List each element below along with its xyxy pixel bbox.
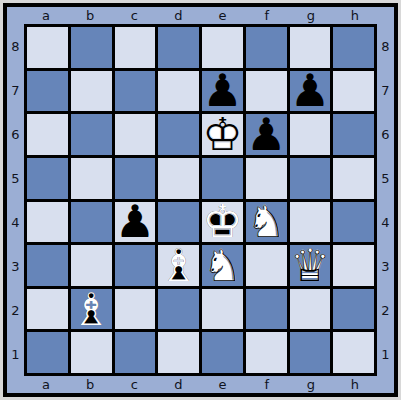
square-c2[interactable]	[115, 289, 156, 330]
square-c1[interactable]	[115, 332, 156, 373]
square-h4[interactable]	[333, 202, 374, 243]
white-knight-detail-lines: ♘	[202, 245, 243, 286]
square-d5[interactable]	[158, 158, 199, 199]
square-a4[interactable]	[27, 202, 68, 243]
square-e7[interactable]: ♟	[202, 71, 243, 112]
rank-label-6-left: 6	[7, 112, 24, 156]
square-b2[interactable]: ♝♗	[71, 289, 112, 330]
piece-black-bishop[interactable]: ♝♗	[71, 289, 112, 330]
rank-label-2-left: 2	[7, 288, 24, 332]
square-h6[interactable]	[333, 114, 374, 155]
file-label-b-top: b	[68, 7, 112, 24]
square-e4[interactable]: ♚♔	[202, 202, 243, 243]
square-d7[interactable]	[158, 71, 199, 112]
square-f1[interactable]	[246, 332, 287, 373]
square-c3[interactable]	[115, 245, 156, 286]
piece-black-pawn[interactable]: ♟	[290, 71, 331, 112]
square-h7[interactable]	[333, 71, 374, 112]
square-g1[interactable]	[290, 332, 331, 373]
square-e3[interactable]: ♞♘	[202, 245, 243, 286]
square-a8[interactable]	[27, 27, 68, 68]
black-pawn-glyph: ♟	[202, 71, 243, 112]
rank-label-8-left: 8	[7, 24, 24, 68]
rank-label-5-right: 5	[377, 156, 394, 200]
rank-label-1-right: 1	[377, 332, 394, 376]
black-pawn-glyph: ♟	[290, 71, 331, 112]
square-a3[interactable]	[27, 245, 68, 286]
square-g6[interactable]	[290, 114, 331, 155]
rank-labels-right: 87654321	[377, 24, 394, 376]
black-king-detail-lines: ♔	[202, 202, 243, 243]
file-label-a-top: a	[24, 7, 68, 24]
square-h8[interactable]	[333, 27, 374, 68]
square-d3[interactable]: ♝♗	[158, 245, 199, 286]
piece-black-bishop[interactable]: ♝♗	[158, 245, 199, 286]
rank-label-4-right: 4	[377, 200, 394, 244]
file-label-d-bottom: d	[156, 376, 200, 393]
piece-black-pawn[interactable]: ♟	[115, 202, 156, 243]
rank-label-5-left: 5	[7, 156, 24, 200]
file-label-c-bottom: c	[112, 376, 156, 393]
white-knight-detail-lines: ♘	[246, 202, 287, 243]
square-a1[interactable]	[27, 332, 68, 373]
file-label-b-bottom: b	[68, 376, 112, 393]
square-d1[interactable]	[158, 332, 199, 373]
black-pawn-glyph: ♟	[115, 202, 156, 243]
file-label-e-top: e	[201, 7, 245, 24]
rank-label-8-right: 8	[377, 24, 394, 68]
square-c5[interactable]	[115, 158, 156, 199]
rank-labels-left: 87654321	[7, 24, 24, 376]
square-c8[interactable]	[115, 27, 156, 68]
square-e8[interactable]	[202, 27, 243, 68]
square-d6[interactable]	[158, 114, 199, 155]
piece-black-pawn[interactable]: ♟	[246, 114, 287, 155]
square-h5[interactable]	[333, 158, 374, 199]
square-h1[interactable]	[333, 332, 374, 373]
square-c4[interactable]: ♟	[115, 202, 156, 243]
board-frame: abcdefgh 87654321 ♟♟♚♔♟♟♚♔♞♘♝♗♞♘♛♕♝♗ 876…	[3, 3, 398, 397]
square-d2[interactable]	[158, 289, 199, 330]
square-b7[interactable]	[71, 71, 112, 112]
piece-white-knight[interactable]: ♞♘	[202, 245, 243, 286]
file-label-h-top: h	[333, 7, 377, 24]
square-e1[interactable]	[202, 332, 243, 373]
square-f7[interactable]	[246, 71, 287, 112]
square-b3[interactable]	[71, 245, 112, 286]
file-label-d-top: d	[156, 7, 200, 24]
square-b5[interactable]	[71, 158, 112, 199]
file-label-f-bottom: f	[245, 376, 289, 393]
file-label-a-bottom: a	[24, 376, 68, 393]
white-king-detail-lines: ♔	[202, 114, 243, 155]
file-label-e-bottom: e	[201, 376, 245, 393]
square-b8[interactable]	[71, 27, 112, 68]
black-bishop-detail-lines: ♗	[71, 289, 112, 330]
square-g5[interactable]	[290, 158, 331, 199]
file-labels-bottom: abcdefgh	[24, 376, 377, 393]
square-e6[interactable]: ♚♔	[202, 114, 243, 155]
square-a5[interactable]	[27, 158, 68, 199]
square-a7[interactable]	[27, 71, 68, 112]
page-background: abcdefgh 87654321 ♟♟♚♔♟♟♚♔♞♘♝♗♞♘♛♕♝♗ 876…	[0, 0, 401, 400]
piece-white-queen[interactable]: ♛♕	[290, 245, 331, 286]
file-label-g-bottom: g	[289, 376, 333, 393]
square-h3[interactable]	[333, 245, 374, 286]
file-labels-top: abcdefgh	[24, 7, 377, 24]
square-e5[interactable]	[202, 158, 243, 199]
square-f3[interactable]	[246, 245, 287, 286]
square-f5[interactable]	[246, 158, 287, 199]
rank-label-4-left: 4	[7, 200, 24, 244]
rank-label-1-left: 1	[7, 332, 24, 376]
square-g4[interactable]	[290, 202, 331, 243]
square-b4[interactable]	[71, 202, 112, 243]
file-label-g-top: g	[289, 7, 333, 24]
square-f6[interactable]: ♟	[246, 114, 287, 155]
square-f2[interactable]	[246, 289, 287, 330]
square-c6[interactable]	[115, 114, 156, 155]
square-f4[interactable]: ♞♘	[246, 202, 287, 243]
square-g3[interactable]: ♛♕	[290, 245, 331, 286]
file-label-f-top: f	[245, 7, 289, 24]
square-b1[interactable]	[71, 332, 112, 373]
square-e2[interactable]	[202, 289, 243, 330]
square-g7[interactable]: ♟	[290, 71, 331, 112]
square-b6[interactable]	[71, 114, 112, 155]
white-queen-detail-lines: ♕	[290, 245, 331, 286]
square-f8[interactable]	[246, 27, 287, 68]
chess-board: ♟♟♚♔♟♟♚♔♞♘♝♗♞♘♛♕♝♗	[24, 24, 377, 376]
square-h2[interactable]	[333, 289, 374, 330]
square-g2[interactable]	[290, 289, 331, 330]
square-d4[interactable]	[158, 202, 199, 243]
rank-label-3-left: 3	[7, 244, 24, 288]
rank-label-7-right: 7	[377, 68, 394, 112]
square-a2[interactable]	[27, 289, 68, 330]
square-d8[interactable]	[158, 27, 199, 68]
file-label-h-bottom: h	[333, 376, 377, 393]
rank-label-3-right: 3	[377, 244, 394, 288]
square-c7[interactable]	[115, 71, 156, 112]
square-g8[interactable]	[290, 27, 331, 68]
rank-label-7-left: 7	[7, 68, 24, 112]
piece-black-king[interactable]: ♚♔	[202, 202, 243, 243]
file-label-c-top: c	[112, 7, 156, 24]
rank-label-6-right: 6	[377, 112, 394, 156]
piece-black-pawn[interactable]: ♟	[202, 71, 243, 112]
piece-white-knight[interactable]: ♞♘	[246, 202, 287, 243]
rank-label-2-right: 2	[377, 288, 394, 332]
black-bishop-detail-lines: ♗	[158, 245, 199, 286]
black-pawn-glyph: ♟	[246, 114, 287, 155]
piece-white-king[interactable]: ♚♔	[202, 114, 243, 155]
board-margin: abcdefgh 87654321 ♟♟♚♔♟♟♚♔♞♘♝♗♞♘♛♕♝♗ 876…	[7, 7, 394, 393]
square-a6[interactable]	[27, 114, 68, 155]
